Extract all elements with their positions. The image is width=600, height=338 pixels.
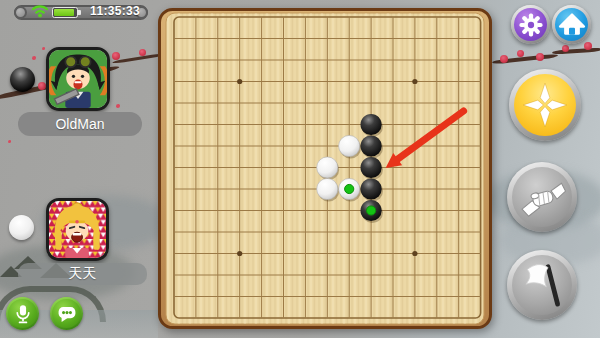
settings-button[interactable] [511,5,550,44]
blossom-6 [139,49,146,56]
home-icon [557,10,587,40]
top-player-nameplate: OldMan [18,112,142,136]
handshake-icon [516,171,568,223]
blossom-2 [38,82,46,90]
petal-1 [32,56,36,60]
plum-branch-topright-2 [552,47,600,54]
black-stone [361,178,382,199]
bottom-player-nameplate: 天天 [18,263,147,285]
status-bar-left-knob [14,6,27,19]
star-point [412,251,417,256]
blossom-5 [112,52,120,60]
white-stone-indicator [9,215,34,240]
petal-3 [42,47,45,50]
white-stone [317,178,338,199]
star-point [237,79,242,84]
four-petal-dpad-icon [516,76,574,134]
chat-button[interactable] [50,297,83,330]
home-button[interactable] [552,5,591,44]
microphone-icon [10,301,36,327]
gear-icon [516,10,546,40]
last-move-marker [367,206,376,215]
voice-button[interactable] [6,297,39,330]
battery-icon [52,7,78,18]
white-stone [317,157,338,178]
avatar-top-player[interactable] [46,47,110,111]
petal-4 [8,140,11,143]
black-stone [361,157,382,178]
blossom-tr-4 [562,45,569,52]
blossom-tr-2 [517,50,524,57]
petal-2 [116,104,120,108]
top-player-name: OldMan [55,116,104,132]
blossom-tr-5 [584,42,592,50]
avatar-bottom-player[interactable] [46,198,109,261]
tiantian-avatar-image [49,201,106,258]
white-stone [339,135,360,156]
star-point [237,251,242,256]
game-screen: 11:35:33 OldMan [0,0,600,338]
chat-bubble-icon [54,301,80,327]
wifi-icon [31,3,49,18]
bottom-player-name: 天天 [69,265,97,283]
hint-dpad-button[interactable] [509,69,581,141]
blossom-tr-3 [536,53,544,61]
gomoku-board[interactable] [158,8,492,329]
status-clock: 11:35:33 [84,4,146,18]
black-stone [361,135,382,156]
last-move-marker [345,184,354,193]
star-point [412,79,417,84]
oldman-avatar-image [49,50,107,108]
board-svg[interactable] [158,8,492,329]
plum-branch-topleft-3 [112,53,164,64]
resign-button[interactable] [507,250,577,320]
blossom-tr-1 [500,55,508,63]
black-stone [361,114,382,135]
plum-branch-topright [492,54,558,65]
black-stone-indicator [10,67,35,92]
white-flag-icon [516,259,568,311]
offer-draw-button[interactable] [507,162,577,232]
